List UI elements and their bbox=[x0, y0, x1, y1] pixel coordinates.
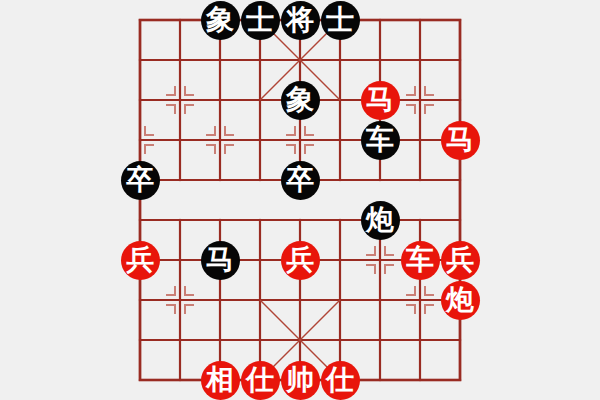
piece-red-elephant[interactable]: 相 bbox=[201, 361, 240, 400]
piece-red-horse[interactable]: 马 bbox=[361, 81, 400, 120]
piece-black-horse[interactable]: 马 bbox=[201, 241, 240, 280]
piece-red-chariot[interactable]: 车 bbox=[401, 241, 440, 280]
piece-black-cannon[interactable]: 炮 bbox=[361, 201, 400, 240]
xiangqi-app-canvas: 象士将士象马车马卒卒炮兵马兵车兵炮相仕帅仕 bbox=[0, 0, 600, 400]
piece-red-soldier[interactable]: 兵 bbox=[281, 241, 320, 280]
piece-black-elephant[interactable]: 象 bbox=[201, 1, 240, 40]
piece-black-elephant[interactable]: 象 bbox=[281, 81, 320, 120]
piece-red-soldier[interactable]: 兵 bbox=[121, 241, 160, 280]
piece-black-soldier[interactable]: 卒 bbox=[281, 161, 320, 200]
piece-black-advisor[interactable]: 士 bbox=[321, 1, 360, 40]
xiangqi-board[interactable]: 象士将士象马车马卒卒炮兵马兵车兵炮相仕帅仕 bbox=[120, 0, 480, 400]
piece-red-advisor[interactable]: 仕 bbox=[321, 361, 360, 400]
piece-red-cannon[interactable]: 炮 bbox=[441, 281, 480, 320]
piece-black-soldier[interactable]: 卒 bbox=[121, 161, 160, 200]
piece-black-chariot[interactable]: 车 bbox=[361, 121, 400, 160]
piece-red-advisor[interactable]: 仕 bbox=[241, 361, 280, 400]
piece-red-horse[interactable]: 马 bbox=[441, 121, 480, 160]
piece-black-advisor[interactable]: 士 bbox=[241, 1, 280, 40]
piece-red-soldier[interactable]: 兵 bbox=[441, 241, 480, 280]
piece-black-general[interactable]: 将 bbox=[281, 1, 320, 40]
piece-red-general[interactable]: 帅 bbox=[281, 361, 320, 400]
